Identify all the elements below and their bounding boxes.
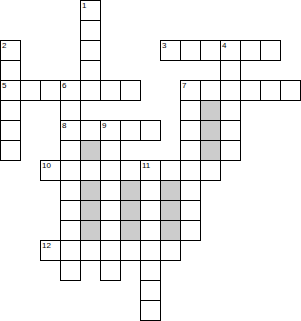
crossword-cell-r14c7[interactable] — [140, 280, 161, 301]
crossword-cell-r8c5[interactable] — [100, 160, 121, 181]
crossword-cell-r6c5[interactable]: 9 — [100, 120, 121, 141]
crossword-cell-r6c3[interactable]: 8 — [60, 120, 81, 141]
crossword-cell-r2c13[interactable] — [260, 40, 281, 61]
crossword-cell-r7c5[interactable] — [100, 140, 121, 161]
crossword-cell-r11c7[interactable] — [140, 220, 161, 241]
crossword-cell-r12c6[interactable] — [120, 240, 141, 261]
crossword-cell-r3c4[interactable] — [80, 60, 101, 81]
crossword-cell-r10c7[interactable] — [140, 200, 161, 221]
crossword-cell-r9c7[interactable] — [140, 180, 161, 201]
crossword-cell-r15c7[interactable] — [140, 300, 161, 321]
crossword-cell-r12c3[interactable] — [60, 240, 81, 261]
crossword-cell-r13c7[interactable] — [140, 260, 161, 281]
crossword-cell-r6c10-shaded[interactable] — [200, 120, 221, 141]
crossword-cell-r3c0[interactable] — [0, 60, 21, 81]
crossword-cell-r5c3[interactable] — [60, 100, 81, 121]
crossword-cell-r8c6[interactable] — [120, 160, 141, 181]
clue-number-7: 7 — [182, 81, 186, 90]
crossword-cell-r4c13[interactable] — [260, 80, 281, 101]
crossword-cell-r7c10-shaded[interactable] — [200, 140, 221, 161]
crossword-cell-r4c2[interactable] — [40, 80, 61, 101]
crossword-cell-r2c9[interactable] — [180, 40, 201, 61]
clue-number-8: 8 — [62, 121, 66, 130]
crossword-cell-r10c8-shaded[interactable] — [160, 200, 181, 221]
crossword-cell-r4c10[interactable] — [200, 80, 221, 101]
crossword-cell-r2c8[interactable]: 3 — [160, 40, 181, 61]
crossword-cell-r4c14[interactable] — [280, 80, 301, 101]
crossword-cell-r8c4[interactable] — [80, 160, 101, 181]
crossword-cell-r11c3[interactable] — [60, 220, 81, 241]
crossword-cell-r9c4-shaded[interactable] — [80, 180, 101, 201]
crossword-cell-r12c8[interactable] — [160, 240, 181, 261]
crossword-cell-r5c10-shaded[interactable] — [200, 100, 221, 121]
crossword-cell-r12c2[interactable]: 12 — [40, 240, 61, 261]
crossword-cell-r9c3[interactable] — [60, 180, 81, 201]
crossword-cell-r9c9[interactable] — [180, 180, 201, 201]
crossword-cell-r4c4[interactable] — [80, 80, 101, 101]
crossword-cell-r5c9[interactable] — [180, 100, 201, 121]
crossword-board: 123456789101112 — [0, 0, 301, 321]
crossword-cell-r5c11[interactable] — [220, 100, 241, 121]
crossword-cell-r11c9[interactable] — [180, 220, 201, 241]
crossword-cell-r8c3[interactable] — [60, 160, 81, 181]
crossword-cell-r6c4[interactable] — [80, 120, 101, 141]
clue-number-12: 12 — [42, 241, 51, 250]
crossword-cell-r2c0[interactable]: 2 — [0, 40, 21, 61]
crossword-cell-r2c12[interactable] — [240, 40, 261, 61]
clue-number-11: 11 — [142, 161, 150, 170]
crossword-cell-r6c11[interactable] — [220, 120, 241, 141]
clue-number-9: 9 — [102, 121, 106, 130]
crossword-cell-r7c4-shaded[interactable] — [80, 140, 101, 161]
crossword-cell-r4c3[interactable]: 6 — [60, 80, 81, 101]
crossword-cell-r10c5[interactable] — [100, 200, 121, 221]
crossword-cell-r13c3[interactable] — [60, 260, 81, 281]
crossword-cell-r7c9[interactable] — [180, 140, 201, 161]
crossword-cell-r4c12[interactable] — [240, 80, 261, 101]
crossword-cell-r6c6[interactable] — [120, 120, 141, 141]
crossword-cell-r2c11[interactable]: 4 — [220, 40, 241, 61]
crossword-cell-r11c5[interactable] — [100, 220, 121, 241]
crossword-cell-r5c0[interactable] — [0, 100, 21, 121]
crossword-cell-r8c2[interactable]: 10 — [40, 160, 61, 181]
crossword-cell-r13c5[interactable] — [100, 260, 121, 281]
crossword-cell-r8c7[interactable]: 11 — [140, 160, 161, 181]
crossword-cell-r4c6[interactable] — [120, 80, 141, 101]
clue-number-3: 3 — [162, 41, 166, 50]
crossword-cell-r9c8-shaded[interactable] — [160, 180, 181, 201]
crossword-cell-r8c9[interactable] — [180, 160, 201, 181]
crossword-cell-r9c5[interactable] — [100, 180, 121, 201]
crossword-cell-r11c4-shaded[interactable] — [80, 220, 101, 241]
clue-number-2: 2 — [2, 41, 6, 50]
crossword-cell-r3c11[interactable] — [220, 60, 241, 81]
crossword-cell-r1c4[interactable] — [80, 20, 101, 41]
crossword-cell-r4c5[interactable] — [100, 80, 121, 101]
crossword-cell-r10c4-shaded[interactable] — [80, 200, 101, 221]
crossword-cell-r2c4[interactable] — [80, 40, 101, 61]
crossword-cell-r6c7[interactable] — [140, 120, 161, 141]
crossword-cell-r4c0[interactable]: 5 — [0, 80, 21, 101]
crossword-cell-r11c6-shaded[interactable] — [120, 220, 141, 241]
crossword-cell-r2c10[interactable] — [200, 40, 221, 61]
crossword-cell-r0c4[interactable]: 1 — [80, 0, 101, 21]
crossword-cell-r12c4[interactable] — [80, 240, 101, 261]
crossword-cell-r7c3[interactable] — [60, 140, 81, 161]
clue-number-6: 6 — [62, 81, 66, 90]
crossword-cell-r8c8[interactable] — [160, 160, 181, 181]
clue-number-4: 4 — [222, 41, 226, 50]
crossword-cell-r9c6-shaded[interactable] — [120, 180, 141, 201]
crossword-cell-r10c6-shaded[interactable] — [120, 200, 141, 221]
clue-number-1: 1 — [82, 1, 86, 10]
clue-number-5: 5 — [2, 81, 6, 90]
crossword-cell-r7c0[interactable] — [0, 140, 21, 161]
clue-number-10: 10 — [42, 161, 51, 170]
crossword-cell-r8c10[interactable] — [200, 160, 221, 181]
crossword-cell-r4c9[interactable]: 7 — [180, 80, 201, 101]
crossword-cell-r6c0[interactable] — [0, 120, 21, 141]
crossword-cell-r4c1[interactable] — [20, 80, 41, 101]
crossword-cell-r12c7[interactable] — [140, 240, 161, 261]
crossword-cell-r6c9[interactable] — [180, 120, 201, 141]
crossword-cell-r7c11[interactable] — [220, 140, 241, 161]
crossword-cell-r10c9[interactable] — [180, 200, 201, 221]
crossword-cell-r10c3[interactable] — [60, 200, 81, 221]
crossword-cell-r11c8-shaded[interactable] — [160, 220, 181, 241]
crossword-cell-r4c11[interactable] — [220, 80, 241, 101]
crossword-cell-r12c5[interactable] — [100, 240, 121, 261]
